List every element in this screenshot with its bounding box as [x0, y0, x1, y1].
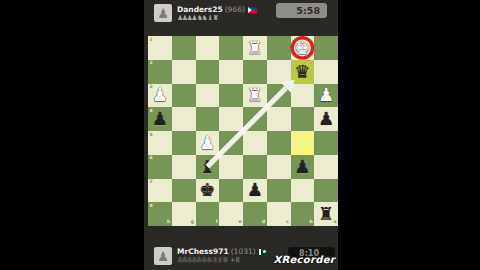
square-e6[interactable]	[219, 155, 243, 179]
square-c2[interactable]	[267, 60, 291, 84]
square-f5[interactable]: ♟	[196, 131, 220, 155]
chess-board[interactable]: 1♜♚2♛3♟♜♟4♟♟5♟6♝♟7♚♟8hgfedcba♜	[148, 36, 338, 226]
white-king-b1[interactable]: ♚	[294, 39, 310, 57]
square-h4[interactable]: 4♟	[148, 107, 172, 131]
file-label: a	[333, 220, 336, 225]
rank-label: 5	[150, 133, 153, 138]
black-king-f7[interactable]: ♚	[199, 181, 215, 199]
square-f3[interactable]	[196, 84, 220, 108]
screen: { "game": "chess", "position": { "fen": …	[0, 0, 480, 270]
square-c5[interactable]	[267, 131, 291, 155]
square-d3[interactable]: ♜	[243, 84, 267, 108]
square-g4[interactable]	[172, 107, 196, 131]
square-e3[interactable]	[219, 84, 243, 108]
rank-label: 7	[150, 180, 153, 185]
square-d2[interactable]	[243, 60, 267, 84]
square-f6[interactable]: ♝	[196, 155, 220, 179]
rank-label: 1	[150, 38, 153, 43]
square-e7[interactable]	[219, 179, 243, 203]
square-b1[interactable]: ♚	[291, 36, 315, 60]
xrecorder-watermark: XRecorder	[274, 254, 336, 265]
square-f4[interactable]	[196, 107, 220, 131]
white-rook-d3[interactable]: ♜	[247, 86, 263, 104]
square-h2[interactable]: 2	[148, 60, 172, 84]
square-d4[interactable]	[243, 107, 267, 131]
player-rating: (1031)	[231, 247, 256, 256]
square-c7[interactable]	[267, 179, 291, 203]
rank-label: 6	[150, 156, 153, 161]
square-e8[interactable]: e	[219, 202, 243, 226]
square-e4[interactable]	[219, 107, 243, 131]
player-avatar[interactable]: ♟	[154, 247, 172, 265]
philippines-flag-icon	[248, 7, 257, 13]
square-a7[interactable]	[314, 179, 338, 203]
square-f8[interactable]: f	[196, 202, 220, 226]
file-label: b	[310, 220, 313, 225]
square-h6[interactable]: 6	[148, 155, 172, 179]
rank-label: 2	[150, 61, 153, 66]
file-label: e	[238, 220, 241, 225]
file-label: f	[216, 220, 218, 225]
square-b3[interactable]	[291, 84, 315, 108]
material-score: +8	[230, 256, 240, 264]
square-a8[interactable]: a♜	[314, 202, 338, 226]
rank-label: 3	[150, 85, 153, 90]
square-h3[interactable]: 3♟	[148, 84, 172, 108]
square-d8[interactable]: d	[243, 202, 267, 226]
square-e2[interactable]	[219, 60, 243, 84]
chess-app-window: ♟ Danders25(966) ♟♟♟♟ ♞♞ ♝ ♜ 5:58 1♜♚2♛3…	[144, 0, 338, 270]
opponent-avatar[interactable]: ♟	[154, 4, 172, 22]
square-a1[interactable]	[314, 36, 338, 60]
square-e1[interactable]	[219, 36, 243, 60]
rank-label: 8	[150, 204, 153, 209]
square-f7[interactable]: ♚	[196, 179, 220, 203]
avatar-piece-icon: ♟	[157, 249, 169, 264]
white-pawn-h3[interactable]: ♟	[152, 86, 168, 104]
square-d7[interactable]: ♟	[243, 179, 267, 203]
square-h1[interactable]: 1	[148, 36, 172, 60]
black-queen-b2[interactable]: ♛	[294, 63, 310, 81]
square-f2[interactable]	[196, 60, 220, 84]
pakistan-flag-icon	[259, 249, 268, 255]
square-b4[interactable]	[291, 107, 315, 131]
square-a6[interactable]	[314, 155, 338, 179]
opponent-rating: (966)	[225, 5, 245, 14]
square-d6[interactable]	[243, 155, 267, 179]
opponent-bar: ♟ Danders25(966) ♟♟♟♟ ♞♞ ♝ ♜ 5:58	[144, 0, 338, 33]
white-rook-d1[interactable]: ♜	[247, 39, 263, 57]
black-bishop-f6[interactable]: ♝	[199, 158, 215, 176]
white-pawn-f5[interactable]: ♟	[199, 134, 215, 152]
square-a2[interactable]	[314, 60, 338, 84]
square-g8[interactable]: g	[172, 202, 196, 226]
white-pawn-a3[interactable]: ♟	[318, 86, 334, 104]
square-g3[interactable]	[172, 84, 196, 108]
opponent-captured-pieces: ♟♟♟♟ ♞♞ ♝ ♜	[177, 14, 217, 22]
player-username[interactable]: MrChess971	[177, 247, 229, 256]
player-bar: ♟ MrChess971(1031) ♟♟♟♟♟ ♞♞ ♝♝ ♛+8 8:10 …	[144, 244, 338, 270]
square-b7[interactable]	[291, 179, 315, 203]
square-c8[interactable]: c	[267, 202, 291, 226]
black-pawn-a4[interactable]: ♟	[318, 110, 334, 128]
opponent-username[interactable]: Danders25	[177, 5, 223, 14]
square-g5[interactable]	[172, 131, 196, 155]
black-pawn-b6[interactable]: ♟	[294, 158, 310, 176]
square-f1[interactable]	[196, 36, 220, 60]
square-a3[interactable]: ♟	[314, 84, 338, 108]
square-c1[interactable]	[267, 36, 291, 60]
rank-label: 4	[150, 109, 153, 114]
file-label: d	[262, 220, 265, 225]
square-b2[interactable]: ♛	[291, 60, 315, 84]
square-g6[interactable]	[172, 155, 196, 179]
black-pawn-d7[interactable]: ♟	[247, 181, 263, 199]
square-b8[interactable]: b	[291, 202, 315, 226]
square-c4[interactable]	[267, 107, 291, 131]
square-a4[interactable]: ♟	[314, 107, 338, 131]
black-pawn-h4[interactable]: ♟	[152, 110, 168, 128]
square-g1[interactable]	[172, 36, 196, 60]
square-a5[interactable]	[314, 131, 338, 155]
opponent-clock: 5:58	[276, 3, 327, 18]
square-h5[interactable]: 5	[148, 131, 172, 155]
file-label: h	[167, 220, 170, 225]
square-g2[interactable]	[172, 60, 196, 84]
square-e5[interactable]	[219, 131, 243, 155]
black-rook-a8[interactable]: ♜	[318, 205, 334, 223]
square-b6[interactable]: ♟	[291, 155, 315, 179]
square-b5[interactable]	[291, 131, 315, 155]
square-c6[interactable]	[267, 155, 291, 179]
avatar-piece-icon: ♟	[157, 6, 169, 21]
square-d1[interactable]: ♜	[243, 36, 267, 60]
square-h7[interactable]: 7	[148, 179, 172, 203]
square-c3[interactable]	[267, 84, 291, 108]
square-g7[interactable]	[172, 179, 196, 203]
file-label: c	[286, 220, 289, 225]
square-h8[interactable]: 8h	[148, 202, 172, 226]
file-label: g	[191, 220, 194, 225]
square-d5[interactable]	[243, 131, 267, 155]
player-captured-pieces: ♟♟♟♟♟ ♞♞ ♝♝ ♛+8	[177, 256, 240, 264]
